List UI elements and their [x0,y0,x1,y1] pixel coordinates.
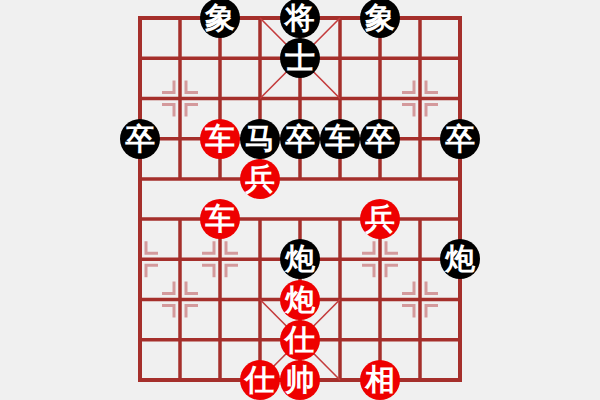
point-marker [146,265,158,277]
piece-red-soldier-g5[interactable]: 兵 [360,199,400,239]
point-marker [386,241,398,253]
piece-red-chariot-c5[interactable]: 车 [200,199,240,239]
point-marker [186,306,198,318]
piece-black-horse-d3[interactable]: 马 [240,119,280,159]
piece-black-advisor-e1[interactable]: 士 [280,38,320,78]
piece-red-advisor-e8[interactable]: 仕 [280,320,320,360]
point-marker [202,241,214,253]
piece-red-advisor-d9[interactable]: 仕 [240,360,280,400]
point-marker [146,241,158,253]
point-marker [226,265,238,277]
piece-red-soldier-d4[interactable]: 兵 [240,159,280,199]
piece-red-elephant-g9[interactable]: 相 [360,360,400,400]
piece-black-soldier-e3[interactable]: 卒 [280,119,320,159]
piece-red-chariot-c3[interactable]: 车 [200,119,240,159]
point-marker [362,241,374,253]
point-marker [426,80,438,92]
piece-black-cannon-e6[interactable]: 炮 [280,239,320,279]
point-marker [362,265,374,277]
piece-black-soldier-g3[interactable]: 卒 [360,119,400,159]
piece-black-cannon-i6[interactable]: 炮 [440,239,480,279]
point-marker [386,265,398,277]
point-marker [402,104,414,116]
point-marker [162,80,174,92]
point-marker [186,80,198,92]
piece-black-soldier-a3[interactable]: 卒 [120,119,160,159]
point-marker [426,282,438,294]
point-marker [162,104,174,116]
piece-black-soldier-i3[interactable]: 卒 [440,119,480,159]
point-marker [426,306,438,318]
piece-black-elephant-g0[interactable]: 象 [360,0,400,38]
piece-black-elephant-c0[interactable]: 象 [200,0,240,38]
piece-black-general-e0[interactable]: 将 [280,0,320,38]
point-marker [162,282,174,294]
point-marker [402,282,414,294]
point-marker [226,241,238,253]
piece-red-cannon-e7[interactable]: 炮 [280,280,320,320]
xiangqi-board: 象将象士卒车马卒车卒卒兵车兵炮炮炮仕仕帅相 [0,0,600,400]
point-marker [402,80,414,92]
point-marker [202,265,214,277]
point-marker [402,306,414,318]
point-marker [426,104,438,116]
piece-black-chariot-f3[interactable]: 车 [320,119,360,159]
point-marker [162,306,174,318]
point-marker [186,104,198,116]
point-marker [186,282,198,294]
piece-red-general-e9[interactable]: 帅 [280,360,320,400]
